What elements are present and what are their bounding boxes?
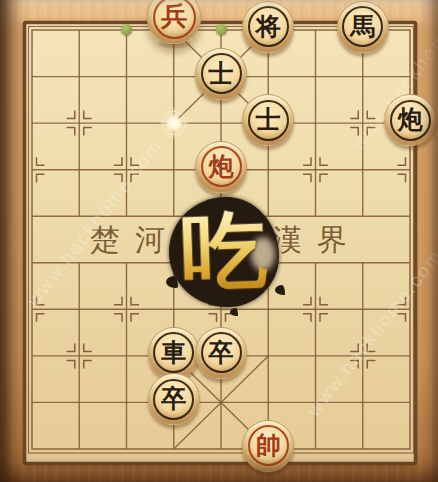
move-hint-dot[interactable] [197, 7, 244, 54]
piece-black-cannon[interactable]: 炮 [386, 100, 433, 147]
piece-black-soldier[interactable]: 卒 [150, 379, 197, 426]
piece-black-soldier[interactable]: 卒 [197, 333, 244, 380]
piece-black-advisor[interactable]: 士 [245, 100, 292, 147]
piece-red-cannon[interactable]: 炮 [197, 146, 244, 193]
piece-red-soldier[interactable]: 兵 [150, 7, 197, 54]
piece-black-chariot[interactable]: 車 [150, 333, 197, 380]
piece-black-advisor[interactable]: 士 [197, 53, 244, 100]
xiangqi-app-screen: 楚河 漢界 兵将馬士士炮炮車卒卒帥 吃 www.hackhome.com www… [0, 0, 438, 482]
piece-black-general[interactable]: 将 [245, 7, 292, 54]
move-hint-dot[interactable] [103, 7, 150, 54]
piece-black-horse[interactable]: 馬 [339, 7, 386, 54]
piece-layer: 兵将馬士士炮炮車卒卒帥 [8, 7, 433, 473]
piece-red-general[interactable]: 帥 [245, 426, 292, 473]
sparkle-effect [150, 100, 197, 147]
